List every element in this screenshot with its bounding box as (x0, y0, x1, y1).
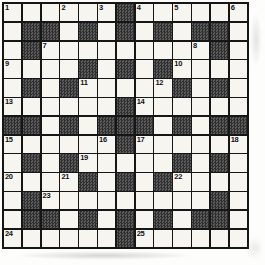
cell-r8c3[interactable] (42, 136, 59, 153)
clue-number: 7 (43, 41, 47, 50)
clue-number: 17 (137, 135, 145, 144)
cell-r4c3[interactable] (42, 60, 59, 77)
cell-r5c6[interactable] (98, 79, 115, 96)
block-cell-r12c9 (154, 211, 171, 228)
block-cell-r2c7 (117, 23, 134, 40)
cell-r5c7[interactable] (117, 79, 134, 96)
block-cell-r2c11 (192, 23, 209, 40)
block-cell-r7c12 (211, 117, 228, 134)
cell-r2c4[interactable] (60, 23, 77, 40)
clue-number: 11 (80, 78, 87, 87)
clue-number: 6 (231, 3, 235, 12)
cell-r4c2[interactable] (23, 60, 40, 77)
clue-number: 16 (99, 135, 107, 144)
block-cell-r2c2 (23, 23, 40, 40)
cell-r8c9[interactable] (154, 136, 171, 153)
cell-r3c13[interactable] (230, 42, 247, 59)
cell-r1c6[interactable]: 3 (98, 4, 115, 21)
clue-number: 3 (99, 3, 103, 12)
cell-r6c12[interactable] (211, 98, 228, 115)
cell-r7c5[interactable] (79, 117, 96, 134)
cell-r8c13[interactable]: 18 (230, 136, 247, 153)
cell-r6c9[interactable] (154, 98, 171, 115)
cell-r4c13[interactable] (230, 60, 247, 77)
clue-number: 13 (5, 97, 13, 106)
cell-r10c13[interactable] (230, 173, 247, 190)
cell-r1c3[interactable] (42, 4, 59, 21)
cell-r13c13[interactable] (230, 230, 247, 247)
cell-r12c1[interactable] (4, 211, 21, 228)
block-cell-r3c12 (211, 42, 228, 59)
clue-number: 9 (5, 59, 9, 68)
cell-r3c6[interactable] (98, 42, 115, 59)
block-cell-r7c6 (98, 117, 115, 134)
block-cell-r12c12 (211, 211, 228, 228)
cell-r12c6[interactable] (98, 211, 115, 228)
cell-r10c3[interactable] (42, 173, 59, 190)
cell-r12c4[interactable] (60, 211, 77, 228)
block-cell-r10c5 (79, 173, 96, 190)
cell-r2c6[interactable] (98, 23, 115, 40)
block-cell-r1c7 (117, 4, 134, 21)
cell-r13c5[interactable] (79, 230, 96, 247)
cell-r2c10[interactable] (173, 23, 190, 40)
cell-r10c2[interactable] (23, 173, 40, 190)
cell-r4c10[interactable]: 10 (173, 60, 190, 77)
block-cell-r4c7 (117, 60, 134, 77)
cell-r9c7[interactable] (117, 154, 134, 171)
cell-r13c9[interactable] (154, 230, 171, 247)
cell-r2c13[interactable] (230, 23, 247, 40)
cell-r13c3[interactable] (42, 230, 59, 247)
cell-r9c11[interactable] (192, 154, 209, 171)
clue-number: 5 (174, 3, 178, 12)
cell-r1c2[interactable] (23, 4, 40, 21)
cell-r9c13[interactable] (230, 154, 247, 171)
clue-number: 23 (43, 191, 51, 200)
cell-r13c2[interactable] (23, 230, 40, 247)
block-cell-r12c2 (23, 211, 40, 228)
cell-r3c8[interactable] (136, 42, 153, 59)
cell-r8c11[interactable] (192, 136, 209, 153)
block-cell-r5c12 (211, 79, 228, 96)
clue-number: 14 (137, 97, 145, 106)
cell-r6c3[interactable] (42, 98, 59, 115)
cell-r4c11[interactable] (192, 60, 209, 77)
clue-number: 1 (5, 3, 9, 12)
block-cell-r10c7 (117, 173, 134, 190)
block-cell-r12c5 (79, 211, 96, 228)
block-cell-r7c8 (136, 117, 153, 134)
block-cell-r8c7 (117, 136, 134, 153)
cell-r4c12[interactable] (211, 60, 228, 77)
clue-number: 19 (80, 153, 88, 162)
cell-r11c10[interactable] (173, 192, 190, 209)
cell-r10c12[interactable] (211, 173, 228, 190)
cell-r10c6[interactable] (98, 173, 115, 190)
block-cell-r5c4 (60, 79, 77, 96)
cell-r11c3[interactable]: 23 (42, 192, 59, 209)
cell-r3c9[interactable] (154, 42, 171, 59)
block-cell-r5c2 (23, 79, 40, 96)
cell-r5c11[interactable] (192, 79, 209, 96)
cell-r12c8[interactable] (136, 211, 153, 228)
cell-r1c5[interactable] (79, 4, 96, 21)
cell-r3c5[interactable] (79, 42, 96, 59)
block-cell-r9c4 (60, 154, 77, 171)
cell-r11c4[interactable] (60, 192, 77, 209)
cell-r9c1[interactable] (4, 154, 21, 171)
cell-r3c11[interactable]: 8 (192, 42, 209, 59)
cell-r11c1[interactable] (4, 192, 21, 209)
block-cell-r5c10 (173, 79, 190, 96)
block-cell-r6c7 (117, 98, 134, 115)
cell-r10c11[interactable] (192, 173, 209, 190)
cell-r1c13[interactable]: 6 (230, 4, 247, 21)
cell-r11c7[interactable] (117, 192, 134, 209)
block-cell-r4c9 (154, 60, 171, 77)
block-cell-r7c13 (230, 117, 247, 134)
cell-r6c11[interactable] (192, 98, 209, 115)
cell-r9c8[interactable] (136, 154, 153, 171)
cell-r2c1[interactable] (4, 23, 21, 40)
cell-r1c9[interactable] (154, 4, 171, 21)
block-cell-r9c12 (211, 154, 228, 171)
clue-number: 4 (137, 3, 141, 12)
cell-r10c8[interactable] (136, 173, 153, 190)
block-cell-r4c5 (79, 60, 96, 77)
cell-r8c8[interactable]: 17 (136, 136, 153, 153)
cell-r6c8[interactable]: 14 (136, 98, 153, 115)
cell-r1c10[interactable]: 5 (173, 4, 190, 21)
clue-number: 12 (155, 78, 163, 87)
block-cell-r2c3 (42, 23, 59, 40)
block-cell-r10c9 (154, 173, 171, 190)
clue-number: 2 (61, 3, 65, 12)
cell-r8c2[interactable] (23, 136, 40, 153)
clue-number: 21 (61, 172, 69, 181)
clue-number: 22 (174, 172, 182, 181)
cell-r13c1[interactable]: 24 (4, 230, 21, 247)
clue-number: 8 (193, 41, 197, 50)
block-cell-r7c1 (4, 117, 21, 134)
block-cell-r3c2 (23, 42, 40, 59)
cell-r5c8[interactable] (136, 79, 153, 96)
scan-smudge (250, 12, 262, 67)
cell-r4c8[interactable] (136, 60, 153, 77)
cell-r3c1[interactable] (4, 42, 21, 59)
cell-r6c4[interactable] (60, 98, 77, 115)
block-cell-r7c2 (23, 117, 40, 134)
block-cell-r7c7 (117, 117, 134, 134)
cell-r5c3[interactable] (42, 79, 59, 96)
cell-r1c1[interactable]: 1 (4, 4, 21, 21)
block-cell-r7c4 (60, 117, 77, 134)
cell-r8c12[interactable] (211, 136, 228, 153)
cell-r5c13[interactable] (230, 79, 247, 96)
block-cell-r7c10 (173, 117, 190, 134)
clue-number: 15 (5, 135, 13, 144)
cell-r1c12[interactable] (211, 4, 228, 21)
cell-r11c11[interactable] (192, 192, 209, 209)
cell-r10c1[interactable]: 20 (4, 173, 21, 190)
cell-r1c11[interactable] (192, 4, 209, 21)
cell-r5c5[interactable]: 11 (79, 79, 96, 96)
clue-number: 18 (231, 135, 239, 144)
cell-r4c4[interactable] (60, 60, 77, 77)
cell-r8c4[interactable] (60, 136, 77, 153)
block-cell-r11c12 (211, 192, 228, 209)
cell-r13c10[interactable] (173, 230, 190, 247)
cell-r11c9[interactable] (154, 192, 171, 209)
cell-r8c6[interactable]: 16 (98, 136, 115, 153)
cell-r6c2[interactable] (23, 98, 40, 115)
clue-number: 20 (5, 172, 13, 181)
cell-r12c10[interactable] (173, 211, 190, 228)
clue-number: 24 (5, 229, 13, 238)
cell-r8c10[interactable] (173, 136, 190, 153)
cell-r5c1[interactable] (4, 79, 21, 96)
cell-r9c9[interactable] (154, 154, 171, 171)
cell-r11c8[interactable] (136, 192, 153, 209)
cell-r5c9[interactable]: 12 (154, 79, 171, 96)
block-cell-r2c9 (154, 23, 171, 40)
block-cell-r9c2 (23, 154, 40, 171)
cell-r6c13[interactable] (230, 98, 247, 115)
cell-r7c11[interactable] (192, 117, 209, 134)
cell-r4c6[interactable] (98, 60, 115, 77)
cell-r4c1[interactable]: 9 (4, 60, 21, 77)
block-cell-r2c5 (79, 23, 96, 40)
cell-r12c13[interactable] (230, 211, 247, 228)
block-cell-r13c7 (117, 230, 134, 247)
cell-r11c5[interactable] (79, 192, 96, 209)
cell-r6c5[interactable] (79, 98, 96, 115)
cell-r9c5[interactable]: 19 (79, 154, 96, 171)
block-cell-r9c10 (173, 154, 190, 171)
scan-smudge (14, 251, 194, 260)
cell-r7c3[interactable] (42, 117, 59, 134)
cell-r13c11[interactable] (192, 230, 209, 247)
cell-r3c3[interactable]: 7 (42, 42, 59, 59)
clue-number: 10 (174, 59, 182, 68)
cell-r2c8[interactable] (136, 23, 153, 40)
cell-r13c4[interactable] (60, 230, 77, 247)
clue-number: 25 (137, 229, 145, 238)
cell-r3c10[interactable] (173, 42, 190, 59)
cell-r7c9[interactable] (154, 117, 171, 134)
cell-r3c7[interactable] (117, 42, 134, 59)
cell-r13c8[interactable]: 25 (136, 230, 153, 247)
cell-r8c5[interactable] (79, 136, 96, 153)
cell-r9c3[interactable] (42, 154, 59, 171)
cell-r10c4[interactable]: 21 (60, 173, 77, 190)
crossword-grid: 1234567891011121314151617181920212223242… (2, 2, 249, 249)
cell-r3c4[interactable] (60, 42, 77, 59)
block-cell-r12c7 (117, 211, 134, 228)
cell-r6c10[interactable] (173, 98, 190, 115)
cell-r11c13[interactable] (230, 192, 247, 209)
cell-r6c6[interactable] (98, 98, 115, 115)
cell-r8c1[interactable]: 15 (4, 136, 21, 153)
block-cell-r11c2 (23, 192, 40, 209)
block-cell-r12c11 (192, 211, 209, 228)
block-cell-r12c3 (42, 211, 59, 228)
cell-r1c4[interactable]: 2 (60, 4, 77, 21)
cell-r13c6[interactable] (98, 230, 115, 247)
cell-r1c8[interactable]: 4 (136, 4, 153, 21)
cell-r11c6[interactable] (98, 192, 115, 209)
cell-r13c12[interactable] (211, 230, 228, 247)
cell-r6c1[interactable]: 13 (4, 98, 21, 115)
cell-r10c10[interactable]: 22 (173, 173, 190, 190)
cell-r9c6[interactable] (98, 154, 115, 171)
block-cell-r2c12 (211, 23, 228, 40)
